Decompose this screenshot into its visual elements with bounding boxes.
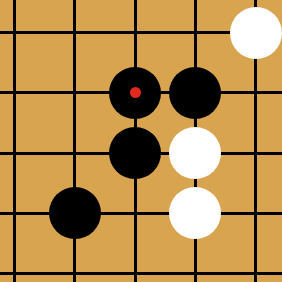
white-stone bbox=[169, 127, 221, 179]
go-board[interactable] bbox=[0, 0, 282, 282]
black-stone bbox=[109, 127, 161, 179]
black-stone bbox=[109, 67, 161, 119]
black-stone bbox=[169, 67, 221, 119]
stones-layer bbox=[0, 2, 282, 282]
red-dot-marker-icon bbox=[130, 87, 141, 98]
white-stone bbox=[230, 7, 282, 59]
screenshot-root bbox=[0, 0, 282, 282]
white-stone bbox=[169, 187, 221, 239]
black-stone bbox=[49, 187, 101, 239]
